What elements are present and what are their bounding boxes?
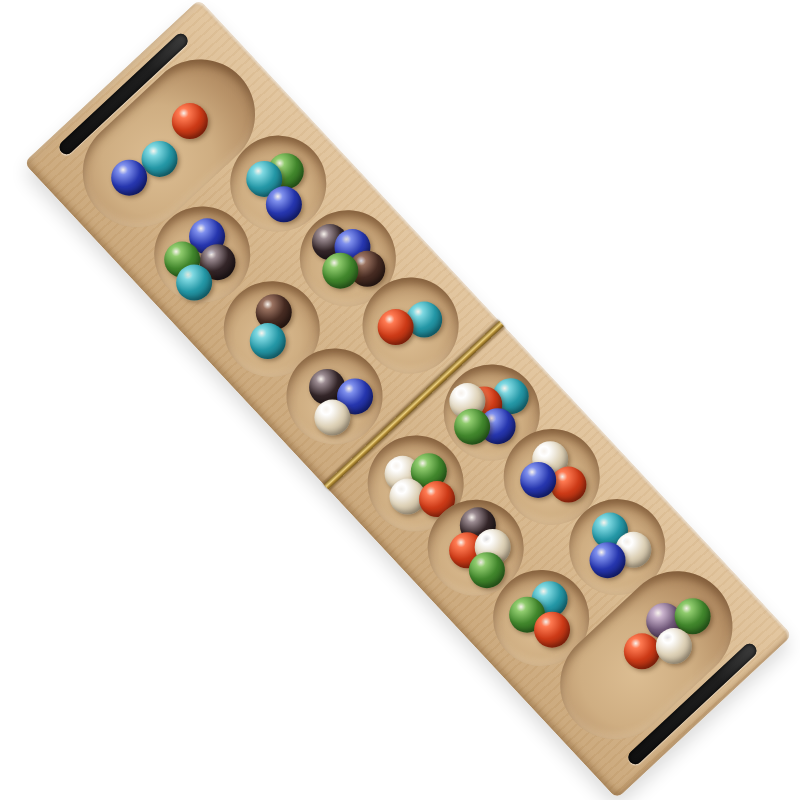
teal-glass-stone bbox=[176, 265, 212, 301]
white-glass-stone bbox=[656, 628, 692, 664]
blue-glass-stone bbox=[266, 186, 302, 222]
blue-glass-stone bbox=[520, 462, 556, 498]
teal-glass-stone bbox=[250, 323, 286, 359]
mancala-board bbox=[24, 0, 793, 799]
green-glass-stone bbox=[469, 552, 505, 588]
red-glass-stone bbox=[378, 309, 414, 345]
teal-glass-stone bbox=[142, 141, 178, 177]
blue-glass-stone bbox=[111, 160, 147, 196]
green-glass-stone bbox=[322, 253, 358, 289]
white-glass-stone bbox=[314, 400, 350, 436]
red-glass-stone bbox=[624, 633, 660, 669]
blue-glass-stone bbox=[590, 542, 626, 578]
red-glass-stone bbox=[172, 103, 208, 139]
product-photo-scene bbox=[0, 0, 800, 800]
red-glass-stone bbox=[550, 467, 586, 503]
green-glass-stone bbox=[454, 409, 490, 445]
red-glass-stone bbox=[534, 612, 570, 648]
